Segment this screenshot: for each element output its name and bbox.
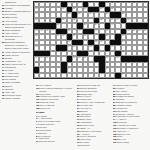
- down-section-header: DOWN:: [36, 111, 74, 114]
- cell-number: 57: [84, 35, 86, 37]
- cell-number: 78: [46, 57, 48, 59]
- clue-number: 62: [2, 63, 5, 65]
- cell-number: 46: [79, 30, 81, 32]
- cell-number: 24: [35, 13, 37, 15]
- grid-cell[interactable]: [143, 73, 148, 78]
- clue-number: 121: [36, 104, 40, 106]
- clue-number: 84: [113, 98, 116, 100]
- clue-number: 52: [2, 41, 5, 43]
- clue-number: 92: [113, 110, 116, 112]
- clue-item: 79 Johnny Giants: [2, 97, 33, 100]
- clue-number: 70: [2, 78, 5, 80]
- cell-number: 67: [73, 46, 75, 48]
- cell-number: 52: [144, 30, 146, 32]
- clue-number: 77: [113, 84, 116, 86]
- clue-number: 96: [113, 115, 116, 117]
- cell-number: 26: [79, 13, 81, 15]
- clue-number: 122: [36, 107, 40, 109]
- clue-number: 23: [77, 95, 80, 97]
- cell-number: 97: [122, 73, 124, 75]
- clue-number: 117: [36, 93, 40, 95]
- cell-number: 94: [68, 68, 70, 70]
- cell-number: 85: [68, 62, 70, 64]
- cell-number: 92: [144, 62, 146, 64]
- cell-number: 38: [84, 24, 86, 26]
- crossword-grid: 1234567891011121314151617181920212223242…: [33, 1, 149, 80]
- clue-number: 39: [77, 141, 80, 143]
- clue-number: 45: [2, 23, 5, 25]
- clue-number: 119: [36, 98, 40, 100]
- cell-number: 32: [73, 19, 75, 21]
- cell-number: 44: [51, 30, 53, 32]
- cell-number: 17: [144, 2, 146, 4]
- cell-number: 34: [111, 19, 113, 21]
- clue-number: 67: [2, 72, 5, 74]
- clue-number: 38: [2, 7, 5, 9]
- clue-number: 35: [77, 130, 80, 132]
- cell-number: 39: [95, 24, 97, 26]
- cell-number: 64: [122, 41, 124, 43]
- clue-number: 29: [77, 113, 80, 115]
- cell-number: 81: [84, 57, 86, 59]
- cell-number: 71: [57, 51, 59, 53]
- clue-number: 22: [77, 93, 80, 95]
- cell-number: 27: [89, 13, 91, 15]
- cell-number: 49: [127, 30, 129, 32]
- cell-number: 12: [117, 2, 119, 4]
- cell-number: 37: [57, 24, 59, 26]
- clue-number: 82: [113, 93, 116, 95]
- clue-number: 66: [2, 69, 5, 71]
- cell-number: 72: [62, 51, 64, 53]
- clue-number: 120: [36, 101, 40, 103]
- clue-number: 5: [36, 126, 38, 128]
- clue-number: 25: [77, 101, 80, 103]
- clue-number: 39: [2, 10, 5, 12]
- clue-number: 116: [36, 87, 40, 89]
- cell-number: 40: [111, 24, 113, 26]
- clue-number: 10: [36, 140, 39, 142]
- cell-number: 63: [100, 41, 102, 43]
- cell-number: 48: [106, 30, 108, 32]
- clue-number: 28: [77, 110, 80, 112]
- clue-number: 41: [2, 13, 5, 15]
- clue-number: 110: [113, 141, 117, 143]
- clue-number: 114: [36, 84, 40, 86]
- cell-number: 89: [127, 62, 129, 64]
- bottom-clue-column-2: 19 Infield with a farm tag20 Novelist Bo…: [77, 84, 111, 149]
- cell-number: 77: [41, 57, 43, 59]
- clue-number: 38: [77, 138, 80, 140]
- clue-number: 64: [2, 66, 5, 68]
- clue-number: 50: [2, 35, 5, 37]
- clue-number: 43: [2, 20, 5, 22]
- cell-number: 10: [106, 2, 108, 4]
- cell-number: 70: [51, 51, 53, 53]
- cell-number: 47: [95, 30, 97, 32]
- clue-number: 73: [2, 85, 5, 87]
- clue-number: 48: [2, 29, 5, 31]
- clue-number: 6: [36, 129, 38, 131]
- cell-number: 51: [138, 30, 140, 32]
- clue-number: 31: [77, 118, 80, 120]
- cell-number: 68: [89, 46, 91, 48]
- cell-number: 14: [127, 2, 129, 4]
- clue-number: 104: [113, 130, 117, 132]
- clue-number: 74: [2, 88, 5, 90]
- clue-number: 80: [113, 87, 116, 89]
- cell-number: 35: [117, 19, 119, 21]
- cell-number: 13: [122, 2, 124, 4]
- cell-number: 8: [79, 2, 80, 4]
- bottom-clue-column-1: 114 Go-t regular116 Keep a health magazi…: [36, 84, 74, 149]
- cell-number: 65: [35, 46, 37, 48]
- cell-number: 60: [35, 41, 37, 43]
- cell-number: 83: [117, 57, 119, 59]
- cell-number: 74: [106, 51, 108, 53]
- clue-number: 19: [77, 84, 80, 86]
- clue-number: 37: [77, 135, 80, 137]
- cell-number: 9: [89, 2, 90, 4]
- clue-number: 4: [36, 123, 38, 125]
- clue-number: 27: [77, 107, 80, 109]
- clue-item: 52 Business magazine shared by a worker,…: [2, 41, 33, 50]
- cell-number: 59: [122, 35, 124, 37]
- clue-number: 32: [77, 121, 80, 123]
- cell-number: 53: [35, 35, 37, 37]
- cell-number: 16: [138, 2, 140, 4]
- cell-number: 15: [133, 2, 135, 4]
- cell-number: 58: [106, 35, 108, 37]
- cell-number: 76: [35, 57, 37, 59]
- cell-number: 90: [133, 62, 135, 64]
- clue-number: 59: [2, 57, 5, 59]
- clue-number: 58: [2, 54, 5, 56]
- bottom-clue-column-3: 77 Recipe claims, in Paris80 Lofthand81 …: [113, 84, 149, 149]
- clue-number: 3: [36, 120, 38, 122]
- cell-number: 7: [73, 2, 74, 4]
- cell-number: 69: [111, 46, 113, 48]
- cell-number: 75: [122, 51, 124, 53]
- cell-number: 80: [79, 57, 81, 59]
- clue-number: 88: [113, 104, 116, 106]
- cell-number: 88: [122, 62, 124, 64]
- clue-number: 81: [113, 90, 116, 92]
- clue-number: 34: [77, 127, 80, 129]
- cell-number: 56: [73, 35, 75, 37]
- clue-item: 122 Plan a coin: [36, 107, 74, 110]
- clue-number: 105: [113, 133, 117, 135]
- clue-number: 89: [113, 107, 116, 109]
- cell-number: 4: [51, 2, 52, 4]
- clue-number: 37: [2, 4, 5, 6]
- cell-number: 45: [68, 30, 70, 32]
- cell-number: 22: [100, 8, 102, 10]
- cell-number: 23: [111, 8, 113, 10]
- clue-number: 30: [77, 115, 80, 117]
- clue-item: 10 Gets the medium: [36, 140, 74, 143]
- cell-number: 21: [84, 8, 86, 10]
- cell-number: 91: [138, 62, 140, 64]
- cell-number: 73: [89, 51, 91, 53]
- cell-number: 96: [35, 73, 37, 75]
- cell-number: 84: [35, 62, 37, 64]
- cell-number: 11: [111, 2, 113, 4]
- clue-number: 108: [113, 138, 117, 140]
- cell-number: 31: [62, 19, 64, 21]
- clue-number: 94: [113, 113, 116, 115]
- cell-number: 3: [46, 2, 47, 4]
- clue-number: 87: [113, 101, 116, 103]
- cell-number: 86: [95, 62, 97, 64]
- clue-number: 33: [77, 124, 80, 126]
- clue-number: 36: [77, 133, 80, 135]
- clue-number: 83: [113, 95, 116, 97]
- clue-number: 79: [2, 97, 5, 99]
- cell-number: 42: [41, 30, 43, 32]
- clue-number: 2: [36, 117, 38, 119]
- clue-number: 106: [113, 135, 117, 137]
- clue-number: 20: [77, 87, 80, 89]
- clue-number: 76: [2, 91, 5, 93]
- cell-number: 25: [68, 13, 70, 15]
- cell-number: 61: [68, 41, 70, 43]
- cell-number: 93: [41, 68, 43, 70]
- clue-number: 101: [113, 124, 117, 126]
- cell-number: 43: [46, 30, 48, 32]
- cell-number: 79: [73, 57, 75, 59]
- clue-number: 68: [2, 75, 5, 77]
- clue-number: 9: [36, 137, 38, 139]
- cell-number: 1: [35, 2, 36, 4]
- clue-number: 57: [2, 51, 5, 53]
- clue-number: 103: [113, 127, 117, 129]
- cell-number: 82: [106, 57, 108, 59]
- clue-number: 24: [77, 98, 80, 100]
- clue-number: 42: [2, 16, 5, 18]
- clue-number: 7: [36, 132, 38, 134]
- cell-number: 87: [106, 62, 108, 64]
- cell-number: 29: [122, 13, 124, 15]
- clue-number: 78: [2, 94, 5, 96]
- cell-number: 28: [106, 13, 108, 15]
- clue-number: 118: [36, 95, 40, 97]
- clue-number: 40: [77, 144, 80, 146]
- clue-item: 110 Sleepy steps: [113, 141, 149, 144]
- cell-number: 66: [68, 46, 70, 48]
- clue-number: 49: [2, 32, 5, 34]
- cell-number: 95: [106, 68, 108, 70]
- cell-number: 5: [57, 2, 58, 4]
- cell-number: 2: [41, 2, 42, 4]
- clue-number: 8: [36, 135, 38, 137]
- cell-number: 62: [95, 41, 97, 43]
- clue-number: 61: [2, 60, 5, 62]
- cell-number: 19: [62, 8, 64, 10]
- clue-item: 40 Copes stat: [77, 144, 111, 147]
- clue-number: 97: [113, 118, 116, 120]
- cell-number: 33: [100, 19, 102, 21]
- clue-number: 1: [36, 115, 38, 117]
- cell-number: 6: [68, 2, 69, 4]
- cell-number: 54: [57, 35, 59, 37]
- cell-number: 20: [73, 8, 75, 10]
- clue-number: 71: [2, 81, 5, 83]
- clue-number: 26: [77, 104, 80, 106]
- left-clue-column: magazine?37 Pen-This of old baseball38 H…: [2, 1, 33, 149]
- cell-number: 36: [127, 19, 129, 21]
- cell-number: 30: [35, 19, 37, 21]
- cell-number: 18: [35, 8, 37, 10]
- clue-number: 21: [77, 90, 80, 92]
- cell-number: 55: [62, 35, 64, 37]
- cell-number: 41: [35, 30, 37, 32]
- cell-number: 50: [133, 30, 135, 32]
- clue-number: 100: [113, 121, 117, 123]
